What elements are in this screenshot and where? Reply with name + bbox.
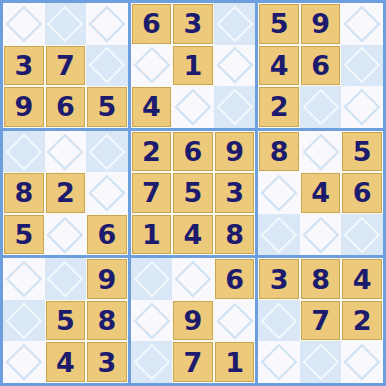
empty-cell-diamond-icon xyxy=(6,302,42,338)
cell-r1c1[interactable] xyxy=(3,3,45,45)
empty-cell-diamond-icon xyxy=(89,133,125,169)
cell-r2c9[interactable] xyxy=(341,45,383,87)
empty-cell-diamond-icon xyxy=(89,6,125,42)
cell-r6c9[interactable] xyxy=(341,214,383,256)
empty-cell-diamond-icon xyxy=(175,89,211,125)
box-2: 6314 xyxy=(131,3,256,128)
empty-cell-diamond-icon xyxy=(344,344,380,380)
empty-cell-diamond-icon xyxy=(133,302,169,338)
cell-r1c7-given: 5 xyxy=(258,3,300,45)
cell-r2c8-given: 6 xyxy=(300,45,342,87)
cell-r9c2-given: 4 xyxy=(45,341,87,383)
empty-cell-diamond-icon xyxy=(261,175,297,211)
cell-r7c3-given: 9 xyxy=(86,258,128,300)
cell-r9c6-given: 1 xyxy=(214,341,256,383)
cell-r3c9[interactable] xyxy=(341,86,383,128)
cell-r2c6[interactable] xyxy=(214,45,256,87)
empty-cell-diamond-icon xyxy=(175,261,211,297)
empty-cell-diamond-icon xyxy=(344,216,380,252)
empty-cell-diamond-icon xyxy=(302,133,338,169)
cell-r4c4-given: 2 xyxy=(131,131,173,173)
cell-r3c2-given: 6 xyxy=(45,86,87,128)
empty-cell-diamond-icon xyxy=(344,47,380,83)
cell-r2c1-given: 3 xyxy=(3,45,45,87)
empty-cell-diamond-icon xyxy=(6,344,42,380)
box-3: 59462 xyxy=(258,3,383,128)
cell-r6c4-given: 1 xyxy=(131,214,173,256)
empty-cell-diamond-icon xyxy=(216,302,252,338)
cell-r1c6[interactable] xyxy=(214,3,256,45)
empty-cell-diamond-icon xyxy=(6,261,42,297)
cell-r5c4-given: 7 xyxy=(131,172,173,214)
cell-r8c4[interactable] xyxy=(131,300,173,342)
cell-r6c6-given: 8 xyxy=(214,214,256,256)
cell-r3c5[interactable] xyxy=(172,86,214,128)
cell-r3c6[interactable] xyxy=(214,86,256,128)
cell-r7c2[interactable] xyxy=(45,258,87,300)
cell-r9c3-given: 3 xyxy=(86,341,128,383)
box-9: 38472 xyxy=(258,258,383,383)
cell-r9c9[interactable] xyxy=(341,341,383,383)
cell-r6c2[interactable] xyxy=(45,214,87,256)
cell-r2c2-given: 7 xyxy=(45,45,87,87)
cell-r7c5[interactable] xyxy=(172,258,214,300)
empty-cell-diamond-icon xyxy=(302,89,338,125)
cell-r4c3[interactable] xyxy=(86,131,128,173)
cell-r1c9[interactable] xyxy=(341,3,383,45)
empty-cell-diamond-icon xyxy=(89,47,125,83)
cell-r8c3-given: 8 xyxy=(86,300,128,342)
box-8: 6971 xyxy=(131,258,256,383)
cell-r5c8-given: 4 xyxy=(300,172,342,214)
cell-r1c5-given: 3 xyxy=(172,3,214,45)
empty-cell-diamond-icon xyxy=(261,344,297,380)
cell-r7c7-given: 3 xyxy=(258,258,300,300)
cell-r4c5-given: 6 xyxy=(172,131,214,173)
empty-cell-diamond-icon xyxy=(302,344,338,380)
box-1: 37965 xyxy=(3,3,128,128)
cell-r4c2[interactable] xyxy=(45,131,87,173)
cell-r8c5-given: 9 xyxy=(172,300,214,342)
cell-r1c8-given: 9 xyxy=(300,3,342,45)
empty-cell-diamond-icon xyxy=(47,261,83,297)
empty-cell-diamond-icon xyxy=(133,344,169,380)
cell-r3c3-given: 5 xyxy=(86,86,128,128)
cell-r5c3[interactable] xyxy=(86,172,128,214)
cell-r7c1[interactable] xyxy=(3,258,45,300)
empty-cell-diamond-icon xyxy=(344,89,380,125)
empty-cell-diamond-icon xyxy=(216,47,252,83)
cell-r7c6-given: 6 xyxy=(214,258,256,300)
empty-cell-diamond-icon xyxy=(6,6,42,42)
cell-r2c3[interactable] xyxy=(86,45,128,87)
empty-cell-diamond-icon xyxy=(344,6,380,42)
empty-cell-diamond-icon xyxy=(261,302,297,338)
empty-cell-diamond-icon xyxy=(47,133,83,169)
cell-r8c1[interactable] xyxy=(3,300,45,342)
cell-r5c1-given: 8 xyxy=(3,172,45,214)
cell-r5c9-given: 6 xyxy=(341,172,383,214)
empty-cell-diamond-icon xyxy=(47,6,83,42)
cell-r9c8[interactable] xyxy=(300,341,342,383)
cell-r4c8[interactable] xyxy=(300,131,342,173)
cell-r2c4[interactable] xyxy=(131,45,173,87)
cell-r1c3[interactable] xyxy=(86,3,128,45)
cell-r4c7-given: 8 xyxy=(258,131,300,173)
box-6: 8546 xyxy=(258,131,383,256)
cell-r1c2[interactable] xyxy=(45,3,87,45)
empty-cell-diamond-icon xyxy=(89,175,125,211)
empty-cell-diamond-icon xyxy=(261,216,297,252)
empty-cell-diamond-icon xyxy=(216,6,252,42)
cell-r9c5-given: 7 xyxy=(172,341,214,383)
cell-r3c7-given: 2 xyxy=(258,86,300,128)
cell-r5c7[interactable] xyxy=(258,172,300,214)
empty-cell-diamond-icon xyxy=(133,47,169,83)
cell-r8c7[interactable] xyxy=(258,300,300,342)
empty-cell-diamond-icon xyxy=(133,261,169,297)
cell-r7c8-given: 8 xyxy=(300,258,342,300)
cell-r6c8[interactable] xyxy=(300,214,342,256)
cell-r6c7[interactable] xyxy=(258,214,300,256)
cell-r2c5-given: 1 xyxy=(172,45,214,87)
cell-r3c8[interactable] xyxy=(300,86,342,128)
cell-r6c5-given: 4 xyxy=(172,214,214,256)
cell-r4c1[interactable] xyxy=(3,131,45,173)
cell-r2c7-given: 4 xyxy=(258,45,300,87)
empty-cell-diamond-icon xyxy=(47,216,83,252)
cell-r3c1-given: 9 xyxy=(3,86,45,128)
cell-r5c6-given: 3 xyxy=(214,172,256,214)
cell-r1c4-given: 6 xyxy=(131,3,173,45)
cell-r6c1-given: 5 xyxy=(3,214,45,256)
cell-r5c2-given: 2 xyxy=(45,172,87,214)
cell-r7c9-given: 4 xyxy=(341,258,383,300)
cell-r8c2-given: 5 xyxy=(45,300,87,342)
cell-r6c3-given: 6 xyxy=(86,214,128,256)
cell-r4c6-given: 9 xyxy=(214,131,256,173)
box-7: 95843 xyxy=(3,258,128,383)
empty-cell-diamond-icon xyxy=(302,216,338,252)
cell-r7c4[interactable] xyxy=(131,258,173,300)
box-4: 8256 xyxy=(3,131,128,256)
cell-r9c1[interactable] xyxy=(3,341,45,383)
cell-r9c7[interactable] xyxy=(258,341,300,383)
box-5: 269753148 xyxy=(131,131,256,256)
cell-r3c4-given: 4 xyxy=(131,86,173,128)
cell-r4c9-given: 5 xyxy=(341,131,383,173)
sudoku-board: 3796563145946282562697531488546958436971… xyxy=(0,0,386,386)
empty-cell-diamond-icon xyxy=(216,89,252,125)
empty-cell-diamond-icon xyxy=(6,133,42,169)
cell-r9c4[interactable] xyxy=(131,341,173,383)
cell-r8c6[interactable] xyxy=(214,300,256,342)
cell-r5c5-given: 5 xyxy=(172,172,214,214)
cell-r8c9-given: 2 xyxy=(341,300,383,342)
cell-r8c8-given: 7 xyxy=(300,300,342,342)
